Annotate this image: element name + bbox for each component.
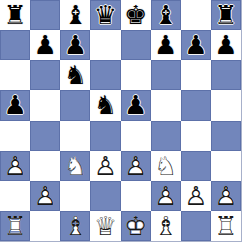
square-b6[interactable] bbox=[30, 60, 60, 90]
piece-black-rook[interactable]: ♜ bbox=[0, 0, 30, 30]
pawn-glyph-outline: ♙ bbox=[90, 151, 120, 181]
square-b8[interactable] bbox=[30, 0, 60, 30]
knight-glyph-outline: ♘ bbox=[60, 151, 90, 181]
square-c1[interactable]: ♝♗ bbox=[60, 211, 90, 241]
square-d2[interactable] bbox=[90, 181, 120, 211]
knight-glyph-outline: ♘ bbox=[151, 151, 181, 181]
square-d8[interactable]: ♛ bbox=[90, 0, 120, 30]
square-a8[interactable]: ♜ bbox=[0, 0, 30, 30]
pawn-glyph-outline: ♙ bbox=[30, 181, 60, 211]
piece-black-bishop[interactable]: ♝ bbox=[151, 0, 181, 30]
square-g3[interactable] bbox=[181, 151, 211, 181]
chess-board-container: ♜♝♛♚♝♜♟♟♟♟♟♞♟♞♟♟♙♞♘♟♙♟♙♞♘♟♙♟♙♟♙♟♙♜♖♝♗♛♕♚… bbox=[0, 0, 242, 242]
piece-black-king[interactable]: ♚ bbox=[121, 0, 151, 30]
square-b3[interactable] bbox=[30, 151, 60, 181]
chess-board: ♜♝♛♚♝♜♟♟♟♟♟♞♟♞♟♟♙♞♘♟♙♟♙♞♘♟♙♟♙♟♙♟♙♜♖♝♗♛♕♚… bbox=[0, 0, 242, 242]
square-a1[interactable]: ♜♖ bbox=[0, 211, 30, 241]
square-f4[interactable] bbox=[151, 121, 181, 151]
square-e4[interactable] bbox=[121, 121, 151, 151]
piece-black-rook[interactable]: ♜ bbox=[211, 0, 241, 30]
piece-black-pawn[interactable]: ♟ bbox=[181, 30, 211, 60]
piece-black-pawn[interactable]: ♟ bbox=[60, 30, 90, 60]
queen-glyph: ♛ bbox=[90, 0, 120, 30]
piece-black-pawn[interactable]: ♟ bbox=[151, 30, 181, 60]
square-g7[interactable]: ♟ bbox=[181, 30, 211, 60]
piece-white-pawn[interactable]: ♟♙ bbox=[0, 151, 30, 181]
square-h5[interactable] bbox=[211, 90, 241, 120]
square-g8[interactable] bbox=[181, 0, 211, 30]
piece-white-pawn[interactable]: ♟♙ bbox=[121, 151, 151, 181]
square-c2[interactable] bbox=[60, 181, 90, 211]
pawn-glyph-outline: ♙ bbox=[121, 151, 151, 181]
piece-white-knight[interactable]: ♞♘ bbox=[151, 151, 181, 181]
square-b1[interactable] bbox=[30, 211, 60, 241]
square-a6[interactable] bbox=[0, 60, 30, 90]
piece-white-bishop[interactable]: ♝♗ bbox=[60, 211, 90, 241]
rook-glyph-outline: ♖ bbox=[0, 211, 30, 241]
piece-white-rook[interactable]: ♜♖ bbox=[0, 211, 30, 241]
pawn-glyph: ♟ bbox=[211, 30, 241, 60]
square-h2[interactable]: ♟♙ bbox=[211, 181, 241, 211]
square-e1[interactable]: ♚♔ bbox=[121, 211, 151, 241]
square-f7[interactable]: ♟ bbox=[151, 30, 181, 60]
piece-black-pawn[interactable]: ♟ bbox=[211, 30, 241, 60]
piece-white-queen[interactable]: ♛♕ bbox=[90, 211, 120, 241]
square-d6[interactable] bbox=[90, 60, 120, 90]
pawn-glyph: ♟ bbox=[121, 90, 151, 120]
square-e8[interactable]: ♚ bbox=[121, 0, 151, 30]
square-e5[interactable]: ♟ bbox=[121, 90, 151, 120]
square-c8[interactable]: ♝ bbox=[60, 0, 90, 30]
square-a7[interactable] bbox=[0, 30, 30, 60]
square-c6[interactable]: ♞ bbox=[60, 60, 90, 90]
piece-black-knight[interactable]: ♞ bbox=[90, 90, 120, 120]
square-h6[interactable] bbox=[211, 60, 241, 90]
piece-white-pawn[interactable]: ♟♙ bbox=[151, 181, 181, 211]
piece-white-king[interactable]: ♚♔ bbox=[121, 211, 151, 241]
square-a3[interactable]: ♟♙ bbox=[0, 151, 30, 181]
square-g6[interactable] bbox=[181, 60, 211, 90]
square-d4[interactable] bbox=[90, 121, 120, 151]
square-f8[interactable]: ♝ bbox=[151, 0, 181, 30]
square-b4[interactable] bbox=[30, 121, 60, 151]
pawn-glyph: ♟ bbox=[60, 30, 90, 60]
piece-black-pawn[interactable]: ♟ bbox=[121, 90, 151, 120]
square-e2[interactable] bbox=[121, 181, 151, 211]
piece-black-bishop[interactable]: ♝ bbox=[60, 0, 90, 30]
piece-black-knight[interactable]: ♞ bbox=[60, 60, 90, 90]
square-f1[interactable]: ♝♗ bbox=[151, 211, 181, 241]
pawn-glyph: ♟ bbox=[181, 30, 211, 60]
rook-glyph: ♜ bbox=[0, 0, 30, 30]
square-h7[interactable]: ♟ bbox=[211, 30, 241, 60]
square-f2[interactable]: ♟♙ bbox=[151, 181, 181, 211]
square-e7[interactable] bbox=[121, 30, 151, 60]
piece-white-pawn[interactable]: ♟♙ bbox=[181, 181, 211, 211]
square-c4[interactable] bbox=[60, 121, 90, 151]
square-f6[interactable] bbox=[151, 60, 181, 90]
piece-black-pawn[interactable]: ♟ bbox=[0, 90, 30, 120]
piece-white-bishop[interactable]: ♝♗ bbox=[151, 211, 181, 241]
pawn-glyph: ♟ bbox=[30, 30, 60, 60]
square-g4[interactable] bbox=[181, 121, 211, 151]
square-g1[interactable] bbox=[181, 211, 211, 241]
piece-white-knight[interactable]: ♞♘ bbox=[60, 151, 90, 181]
pawn-glyph-outline: ♙ bbox=[181, 181, 211, 211]
queen-glyph-outline: ♕ bbox=[90, 211, 120, 241]
square-d5[interactable]: ♞ bbox=[90, 90, 120, 120]
square-e6[interactable] bbox=[121, 60, 151, 90]
pawn-glyph-outline: ♙ bbox=[151, 181, 181, 211]
king-glyph: ♚ bbox=[121, 0, 151, 30]
square-c3[interactable]: ♞♘ bbox=[60, 151, 90, 181]
piece-white-pawn[interactable]: ♟♙ bbox=[90, 151, 120, 181]
square-c7[interactable]: ♟ bbox=[60, 30, 90, 60]
bishop-glyph-outline: ♗ bbox=[151, 211, 181, 241]
bishop-glyph-outline: ♗ bbox=[60, 211, 90, 241]
square-a4[interactable] bbox=[0, 121, 30, 151]
pawn-glyph: ♟ bbox=[0, 90, 30, 120]
knight-glyph: ♞ bbox=[60, 60, 90, 90]
square-h1[interactable]: ♜♖ bbox=[211, 211, 241, 241]
pawn-glyph-outline: ♙ bbox=[211, 181, 241, 211]
square-c5[interactable] bbox=[60, 90, 90, 120]
square-h3[interactable] bbox=[211, 151, 241, 181]
knight-glyph: ♞ bbox=[90, 90, 120, 120]
piece-black-queen[interactable]: ♛ bbox=[90, 0, 120, 30]
square-d7[interactable] bbox=[90, 30, 120, 60]
square-g2[interactable]: ♟♙ bbox=[181, 181, 211, 211]
square-b5[interactable] bbox=[30, 90, 60, 120]
rook-glyph: ♜ bbox=[211, 0, 241, 30]
square-d3[interactable]: ♟♙ bbox=[90, 151, 120, 181]
square-h4[interactable] bbox=[211, 121, 241, 151]
square-b2[interactable]: ♟♙ bbox=[30, 181, 60, 211]
pawn-glyph-outline: ♙ bbox=[0, 151, 30, 181]
piece-white-pawn[interactable]: ♟♙ bbox=[30, 181, 60, 211]
bishop-glyph: ♝ bbox=[60, 0, 90, 30]
square-h8[interactable]: ♜ bbox=[211, 0, 241, 30]
square-f5[interactable] bbox=[151, 90, 181, 120]
piece-white-rook[interactable]: ♜♖ bbox=[211, 211, 241, 241]
piece-black-pawn[interactable]: ♟ bbox=[30, 30, 60, 60]
square-a2[interactable] bbox=[0, 181, 30, 211]
piece-white-pawn[interactable]: ♟♙ bbox=[211, 181, 241, 211]
pawn-glyph: ♟ bbox=[151, 30, 181, 60]
rook-glyph-outline: ♖ bbox=[211, 211, 241, 241]
king-glyph-outline: ♔ bbox=[121, 211, 151, 241]
square-f3[interactable]: ♞♘ bbox=[151, 151, 181, 181]
bishop-glyph: ♝ bbox=[151, 0, 181, 30]
square-e3[interactable]: ♟♙ bbox=[121, 151, 151, 181]
square-g5[interactable] bbox=[181, 90, 211, 120]
square-a5[interactable]: ♟ bbox=[0, 90, 30, 120]
square-d1[interactable]: ♛♕ bbox=[90, 211, 120, 241]
square-b7[interactable]: ♟ bbox=[30, 30, 60, 60]
